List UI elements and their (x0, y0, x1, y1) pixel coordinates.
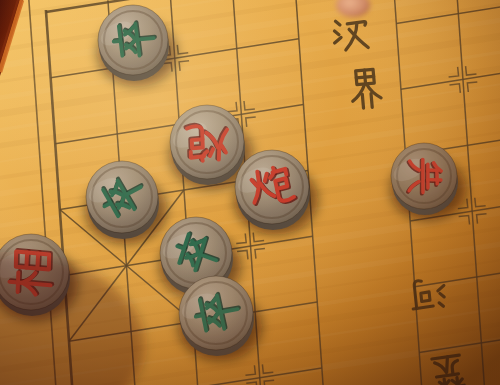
board-svg (0, 0, 500, 385)
xiangqi-board-photo: xiangqi (0, 0, 500, 385)
